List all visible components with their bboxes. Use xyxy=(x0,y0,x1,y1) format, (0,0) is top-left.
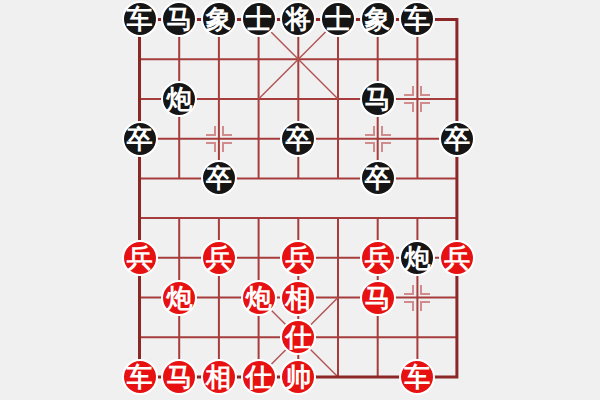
vacated-point-marker xyxy=(206,126,232,152)
board-point: 兵 xyxy=(278,238,318,278)
piece-black-soldier[interactable]: 卒 xyxy=(280,121,316,157)
piece-black-advisor[interactable]: 士 xyxy=(320,1,356,37)
board-point xyxy=(397,278,437,318)
board-point: 马 xyxy=(358,79,398,119)
piece-black-horse[interactable]: 马 xyxy=(360,81,396,117)
xiangqi-diagram: 车马象士将士象车炮马卒卒卒卒卒炮兵兵兵兵兵炮炮相马仕车马相仕帅车 xyxy=(0,0,600,400)
board-point: 士 xyxy=(318,0,358,39)
piece-black-cannon[interactable]: 炮 xyxy=(399,240,435,276)
board-point: 兵 xyxy=(358,238,398,278)
board-point: 车 xyxy=(120,357,160,397)
board-point: 卒 xyxy=(199,158,239,198)
piece-red-horse[interactable]: 马 xyxy=(161,359,197,395)
board-point: 车 xyxy=(397,357,437,397)
piece-red-soldier[interactable]: 兵 xyxy=(360,240,396,276)
piece-red-chariot[interactable]: 车 xyxy=(399,359,435,395)
piece-black-advisor[interactable]: 士 xyxy=(241,1,277,37)
piece-black-soldier[interactable]: 卒 xyxy=(201,160,237,196)
board-point: 卒 xyxy=(278,119,318,159)
board-point: 相 xyxy=(278,278,318,318)
piece-red-cannon[interactable]: 炮 xyxy=(241,280,277,316)
piece-black-cannon[interactable]: 炮 xyxy=(161,81,197,117)
board-point xyxy=(358,119,398,159)
board-point: 士 xyxy=(239,0,279,39)
piece-black-soldier[interactable]: 卒 xyxy=(122,121,158,157)
piece-black-elephant[interactable]: 象 xyxy=(201,1,237,37)
board-grid: 车马象士将士象车炮马卒卒卒卒卒炮兵兵兵兵兵炮炮相马仕车马相仕帅车 xyxy=(120,0,477,397)
board-point: 炮 xyxy=(159,79,199,119)
board-point: 仕 xyxy=(278,317,318,357)
piece-red-chariot[interactable]: 车 xyxy=(122,359,158,395)
piece-black-chariot[interactable]: 车 xyxy=(122,1,158,37)
board-point: 炮 xyxy=(397,238,437,278)
piece-red-soldier[interactable]: 兵 xyxy=(280,240,316,276)
board-point: 兵 xyxy=(120,238,160,278)
board-point xyxy=(397,79,437,119)
board-point: 马 xyxy=(159,0,199,39)
piece-black-general[interactable]: 将 xyxy=(280,1,316,37)
piece-red-horse[interactable]: 马 xyxy=(360,280,396,316)
piece-red-advisor[interactable]: 仕 xyxy=(280,319,316,355)
board-point: 兵 xyxy=(437,238,477,278)
piece-black-horse[interactable]: 马 xyxy=(161,1,197,37)
board-point: 车 xyxy=(397,0,437,39)
board-point: 卒 xyxy=(358,158,398,198)
board-point: 马 xyxy=(159,357,199,397)
board-point: 卒 xyxy=(120,119,160,159)
board-point: 车 xyxy=(120,0,160,39)
board-point: 象 xyxy=(358,0,398,39)
piece-black-soldier[interactable]: 卒 xyxy=(360,160,396,196)
piece-red-elephant[interactable]: 相 xyxy=(280,280,316,316)
piece-red-cannon[interactable]: 炮 xyxy=(161,280,197,316)
board-point: 炮 xyxy=(239,278,279,318)
piece-red-advisor[interactable]: 仕 xyxy=(241,359,277,395)
piece-red-soldier[interactable]: 兵 xyxy=(201,240,237,276)
board-point: 炮 xyxy=(159,278,199,318)
piece-black-chariot[interactable]: 车 xyxy=(399,1,435,37)
piece-black-soldier[interactable]: 卒 xyxy=(439,121,475,157)
piece-red-elephant[interactable]: 相 xyxy=(201,359,237,395)
board-point: 兵 xyxy=(199,238,239,278)
board-point: 卒 xyxy=(437,119,477,159)
board-point: 相 xyxy=(199,357,239,397)
board-point xyxy=(199,119,239,159)
board-point: 帅 xyxy=(278,357,318,397)
board-point: 仕 xyxy=(239,357,279,397)
piece-black-elephant[interactable]: 象 xyxy=(360,1,396,37)
board-point: 马 xyxy=(358,278,398,318)
vacated-point-marker xyxy=(404,285,430,311)
vacated-point-marker xyxy=(365,126,391,152)
piece-red-soldier[interactable]: 兵 xyxy=(439,240,475,276)
board-point: 象 xyxy=(199,0,239,39)
piece-red-soldier[interactable]: 兵 xyxy=(122,240,158,276)
board-point: 将 xyxy=(278,0,318,39)
vacated-point-marker xyxy=(404,86,430,112)
piece-red-general[interactable]: 帅 xyxy=(280,359,316,395)
